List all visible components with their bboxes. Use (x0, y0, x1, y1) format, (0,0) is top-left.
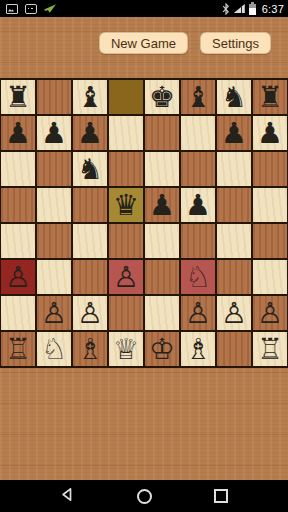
square-b8[interactable] (37, 80, 71, 114)
square-d1[interactable]: ♕ (109, 332, 143, 366)
black-pawn: ♟ (221, 116, 247, 150)
white-knight: ♘ (185, 260, 211, 294)
square-f3[interactable]: ♘ (181, 260, 215, 294)
white-queen: ♕ (113, 332, 139, 366)
send-icon (44, 4, 56, 13)
square-h2[interactable]: ♙ (253, 296, 287, 330)
square-c6[interactable]: ♞ (73, 152, 107, 186)
square-c1[interactable]: ♗ (73, 332, 107, 366)
white-pawn: ♙ (77, 296, 103, 330)
black-pawn: ♟ (149, 188, 175, 222)
white-pawn: ♙ (257, 296, 283, 330)
square-d8[interactable] (109, 80, 143, 114)
square-e6[interactable] (145, 152, 179, 186)
white-knight: ♘ (41, 332, 67, 366)
square-h4[interactable] (253, 224, 287, 258)
white-bishop: ♗ (77, 332, 103, 366)
white-king: ♔ (149, 332, 175, 366)
square-e1[interactable]: ♔ (145, 332, 179, 366)
black-pawn: ♟ (5, 116, 31, 150)
home-button[interactable] (137, 489, 152, 504)
new-game-button[interactable]: New Game (99, 32, 188, 54)
square-b1[interactable]: ♘ (37, 332, 71, 366)
system-status-icons: 6:37 (222, 3, 284, 15)
square-d4[interactable] (109, 224, 143, 258)
white-pawn: ♙ (185, 296, 211, 330)
bluetooth-icon (222, 3, 230, 15)
android-nav-bar (0, 480, 288, 512)
square-e2[interactable] (145, 296, 179, 330)
square-c5[interactable] (73, 188, 107, 222)
square-b3[interactable] (37, 260, 71, 294)
square-g4[interactable] (217, 224, 251, 258)
square-a2[interactable] (1, 296, 35, 330)
square-c3[interactable] (73, 260, 107, 294)
square-a8[interactable]: ♜ (1, 80, 35, 114)
black-bishop: ♝ (185, 80, 211, 114)
square-f2[interactable]: ♙ (181, 296, 215, 330)
square-g8[interactable]: ♞ (217, 80, 251, 114)
white-pawn: ♙ (5, 260, 31, 294)
chess-app-screen: 6:37 New Game Settings ♜♝♚♝♞♜♟♟♟♟♟♞♛♟♟♙♙… (0, 0, 288, 512)
square-e4[interactable] (145, 224, 179, 258)
square-a3[interactable]: ♙ (1, 260, 35, 294)
black-knight: ♞ (221, 80, 247, 114)
square-g2[interactable]: ♙ (217, 296, 251, 330)
white-pawn: ♙ (221, 296, 247, 330)
screenshot-icon (6, 4, 18, 14)
battery-icon (249, 4, 256, 15)
square-f5[interactable]: ♟ (181, 188, 215, 222)
back-button[interactable] (60, 487, 75, 506)
square-a1[interactable]: ♖ (1, 332, 35, 366)
square-g3[interactable] (217, 260, 251, 294)
chat-icon (25, 4, 37, 14)
square-g5[interactable] (217, 188, 251, 222)
settings-button[interactable]: Settings (200, 32, 271, 54)
square-b5[interactable] (37, 188, 71, 222)
white-rook: ♖ (257, 332, 283, 366)
notification-icons (6, 4, 56, 14)
signal-icon (234, 4, 245, 13)
white-pawn: ♙ (113, 260, 139, 294)
white-pawn: ♙ (41, 296, 67, 330)
square-a4[interactable] (1, 224, 35, 258)
square-f8[interactable]: ♝ (181, 80, 215, 114)
square-c4[interactable] (73, 224, 107, 258)
black-pawn: ♟ (257, 116, 283, 150)
square-g7[interactable]: ♟ (217, 116, 251, 150)
black-bishop: ♝ (77, 80, 103, 114)
white-bishop: ♗ (185, 332, 211, 366)
black-knight: ♞ (77, 152, 103, 186)
square-d2[interactable] (109, 296, 143, 330)
square-f7[interactable] (181, 116, 215, 150)
recents-button[interactable] (214, 489, 228, 503)
square-d7[interactable] (109, 116, 143, 150)
square-a7[interactable]: ♟ (1, 116, 35, 150)
square-h8[interactable]: ♜ (253, 80, 287, 114)
square-e8[interactable]: ♚ (145, 80, 179, 114)
square-c7[interactable]: ♟ (73, 116, 107, 150)
square-d3[interactable]: ♙ (109, 260, 143, 294)
square-b4[interactable] (37, 224, 71, 258)
black-rook: ♜ (257, 80, 283, 114)
square-f1[interactable]: ♗ (181, 332, 215, 366)
square-e7[interactable] (145, 116, 179, 150)
square-b7[interactable]: ♟ (37, 116, 71, 150)
black-pawn: ♟ (185, 188, 211, 222)
square-e5[interactable]: ♟ (145, 188, 179, 222)
square-g1[interactable] (217, 332, 251, 366)
square-a6[interactable] (1, 152, 35, 186)
status-bar: 6:37 (0, 0, 288, 17)
square-e3[interactable] (145, 260, 179, 294)
toolbar: New Game Settings (99, 32, 271, 54)
black-pawn: ♟ (77, 116, 103, 150)
square-d5[interactable]: ♛ (109, 188, 143, 222)
square-h5[interactable] (253, 188, 287, 222)
black-king: ♚ (149, 80, 175, 114)
square-h7[interactable]: ♟ (253, 116, 287, 150)
square-f4[interactable] (181, 224, 215, 258)
white-rook: ♖ (5, 332, 31, 366)
square-c2[interactable]: ♙ (73, 296, 107, 330)
square-c8[interactable]: ♝ (73, 80, 107, 114)
square-h6[interactable] (253, 152, 287, 186)
square-f6[interactable] (181, 152, 215, 186)
square-b2[interactable]: ♙ (37, 296, 71, 330)
square-b6[interactable] (37, 152, 71, 186)
clock: 6:37 (262, 3, 284, 15)
square-d6[interactable] (109, 152, 143, 186)
square-h3[interactable] (253, 260, 287, 294)
square-g6[interactable] (217, 152, 251, 186)
black-queen: ♛ (113, 188, 139, 222)
chess-board: ♜♝♚♝♞♜♟♟♟♟♟♞♛♟♟♙♙♘♙♙♙♙♙♖♘♗♕♔♗♖ (0, 78, 288, 368)
square-a5[interactable] (1, 188, 35, 222)
black-rook: ♜ (5, 80, 31, 114)
black-pawn: ♟ (41, 116, 67, 150)
square-h1[interactable]: ♖ (253, 332, 287, 366)
